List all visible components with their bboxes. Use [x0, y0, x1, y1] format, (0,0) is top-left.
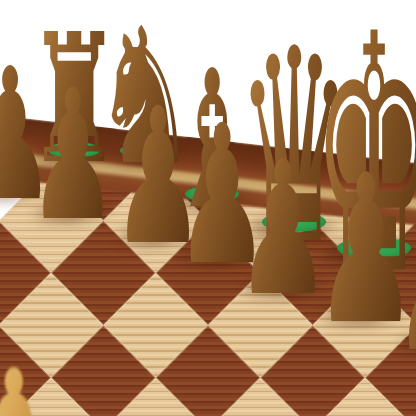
black-pawn-g7: ♟ — [392, 180, 416, 380]
black-pawn-b7: ♟ — [29, 66, 118, 246]
chess-set-photo: ♜♞♝♛♚♝♟♟♟♟♟♟♟♟ — [0, 0, 416, 416]
white-pawn-unknown: ♟ — [0, 346, 65, 416]
pieces-layer: ♜♞♝♛♚♝♟♟♟♟♟♟♟♟ — [0, 0, 416, 416]
